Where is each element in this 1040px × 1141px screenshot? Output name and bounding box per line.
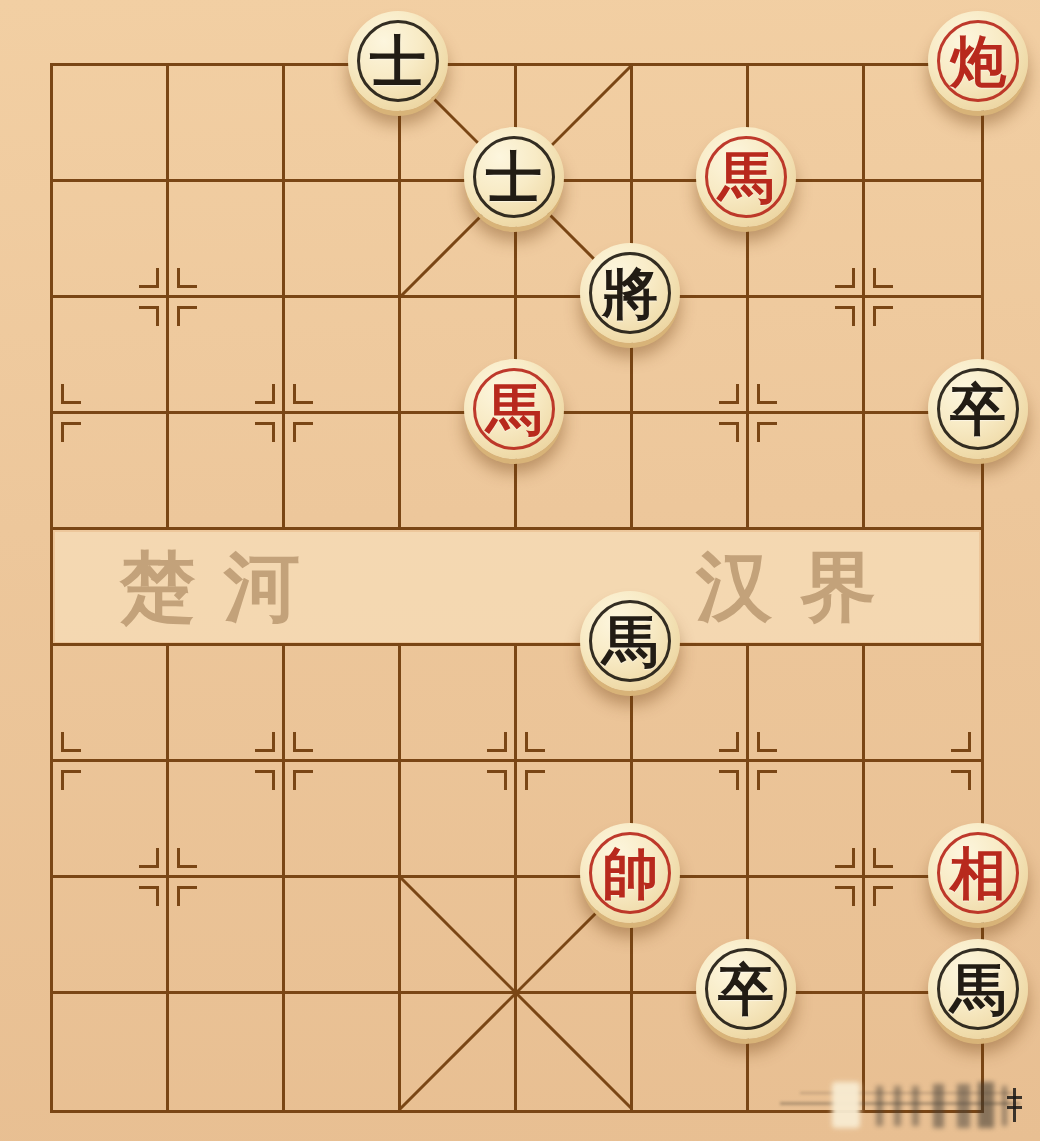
point-marker-corner: [525, 770, 545, 790]
piece-black-pawn-2[interactable]: 卒: [696, 939, 796, 1039]
piece-black-pawn-1[interactable]: 卒: [928, 359, 1028, 459]
board-cell: [285, 182, 401, 298]
piece-glyph: 相: [928, 823, 1028, 923]
piece-glyph: 帥: [580, 823, 680, 923]
piece-glyph: 卒: [928, 359, 1028, 459]
board-cell: [285, 878, 401, 994]
point-marker-corner: [873, 306, 893, 326]
point-marker-corner: [835, 306, 855, 326]
piece-black-advisor-2[interactable]: 士: [464, 127, 564, 227]
point-marker-corner: [719, 422, 739, 442]
piece-black-horse-2[interactable]: 馬: [928, 939, 1028, 1039]
piece-glyph: 馬: [696, 127, 796, 227]
piece-red-horse-1[interactable]: 馬: [696, 127, 796, 227]
board-cell: [401, 994, 517, 1110]
board-cell: [169, 66, 285, 182]
point-marker-corner: [293, 732, 313, 752]
board-cell: [517, 994, 633, 1110]
piece-black-advisor-1[interactable]: 士: [348, 11, 448, 111]
board-cell: [53, 66, 169, 182]
point-marker-corner: [177, 268, 197, 288]
xiangqi-board: 楚河 汉界 士炮士馬將馬卒馬帥相卒馬: [0, 0, 1040, 1141]
watermark-blur: [780, 1078, 1030, 1130]
point-marker-corner: [487, 770, 507, 790]
point-marker-corner: [139, 306, 159, 326]
point-marker-corner: [757, 770, 777, 790]
river-label-chu-he: 楚河: [120, 542, 328, 632]
point-marker-corner: [255, 732, 275, 752]
point-marker-corner: [835, 886, 855, 906]
piece-glyph: 炮: [928, 11, 1028, 111]
board-cell: [285, 994, 401, 1110]
point-marker-corner: [719, 732, 739, 752]
piece-glyph: 馬: [928, 939, 1028, 1039]
point-marker-corner: [139, 268, 159, 288]
piece-red-elephant[interactable]: 相: [928, 823, 1028, 923]
piece-red-horse-2[interactable]: 馬: [464, 359, 564, 459]
point-marker-corner: [177, 886, 197, 906]
piece-black-horse-1[interactable]: 馬: [580, 591, 680, 691]
piece-glyph: 士: [348, 11, 448, 111]
point-marker-corner: [835, 268, 855, 288]
point-marker-corner: [873, 886, 893, 906]
point-marker-corner: [139, 848, 159, 868]
point-marker-corner: [61, 732, 81, 752]
point-marker-corner: [293, 770, 313, 790]
point-marker-corner: [719, 384, 739, 404]
point-marker-corner: [293, 422, 313, 442]
point-marker-corner: [61, 422, 81, 442]
point-marker-corner: [255, 770, 275, 790]
river-label-han-jie: 汉界: [696, 542, 904, 632]
point-marker-corner: [487, 732, 507, 752]
board-cell: [401, 878, 517, 994]
piece-glyph: 馬: [580, 591, 680, 691]
piece-glyph: 士: [464, 127, 564, 227]
piece-red-general[interactable]: 帥: [580, 823, 680, 923]
point-marker-corner: [951, 770, 971, 790]
piece-glyph: 將: [580, 243, 680, 343]
board-cell: [53, 994, 169, 1110]
point-marker-corner: [139, 886, 159, 906]
piece-glyph: 馬: [464, 359, 564, 459]
point-marker-corner: [525, 732, 545, 752]
piece-glyph: 卒: [696, 939, 796, 1039]
point-marker-corner: [255, 422, 275, 442]
point-marker-corner: [757, 422, 777, 442]
piece-black-general[interactable]: 將: [580, 243, 680, 343]
board-cell: [401, 530, 517, 646]
point-marker-corner: [873, 268, 893, 288]
piece-red-cannon[interactable]: 炮: [928, 11, 1028, 111]
point-marker-corner: [177, 848, 197, 868]
point-marker-corner: [293, 384, 313, 404]
point-marker-corner: [757, 384, 777, 404]
point-marker-corner: [951, 732, 971, 752]
point-marker-corner: [255, 384, 275, 404]
point-marker-corner: [61, 384, 81, 404]
point-marker-corner: [835, 848, 855, 868]
board-cell: [169, 994, 285, 1110]
point-marker-corner: [177, 306, 197, 326]
point-marker-corner: [873, 848, 893, 868]
point-marker-corner: [757, 732, 777, 752]
point-marker-corner: [719, 770, 739, 790]
point-marker-corner: [61, 770, 81, 790]
